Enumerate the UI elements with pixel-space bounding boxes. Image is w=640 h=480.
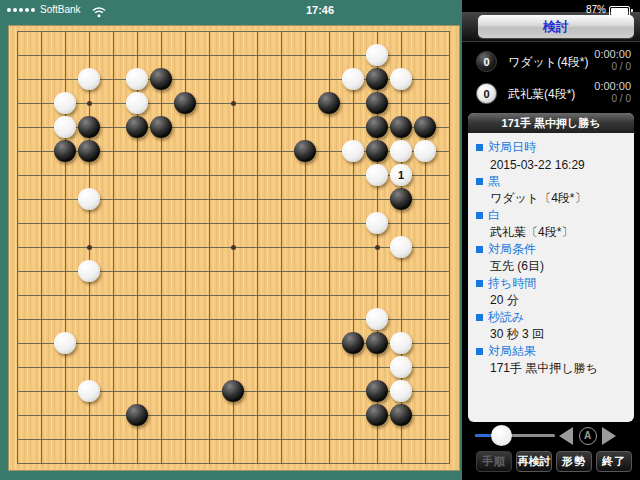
stone-white[interactable]: 1: [390, 164, 412, 186]
info-value: 武礼葉〔4段*〕: [476, 224, 626, 241]
battery-icon: [609, 6, 630, 17]
grid-line: [17, 463, 450, 464]
info-label: 黒: [476, 173, 626, 190]
stone-white[interactable]: [342, 68, 364, 90]
game-info-list: 対局日時2015-03-22 16:29黒ワダット〔4段*〕白武礼葉〔4段*〕対…: [468, 133, 634, 377]
info-value: 20 分: [476, 292, 626, 309]
move-slider[interactable]: [475, 434, 555, 437]
stone-white[interactable]: [390, 356, 412, 378]
star-point: [87, 245, 92, 250]
app-root: SoftBank 17:46 87% 1 検討 0 ワダット(4段*) 0:00…: [0, 0, 640, 480]
clock-label: 17:46: [306, 4, 334, 16]
stone-white[interactable]: [54, 116, 76, 138]
carrier-label: SoftBank: [40, 4, 81, 15]
stone-white[interactable]: [126, 92, 148, 114]
stone-white[interactable]: [366, 308, 388, 330]
stone-black[interactable]: [366, 332, 388, 354]
player-row-black: 0 ワダット(4段*) 0:00:00 0 / 0: [462, 46, 640, 76]
info-label: 白: [476, 207, 626, 224]
stone-black[interactable]: [366, 380, 388, 402]
star-point: [375, 245, 380, 250]
grid-line: [353, 31, 354, 464]
bullet-square-icon: [476, 348, 483, 355]
black-player-clock: 0:00:00 0 / 0: [594, 48, 631, 73]
info-value: 互先 (6目): [476, 258, 626, 275]
stone-white[interactable]: [78, 188, 100, 210]
moves-button[interactable]: 手順: [476, 451, 512, 472]
star-point: [231, 101, 236, 106]
info-value: 2015-03-22 16:29: [476, 156, 626, 173]
star-point: [231, 245, 236, 250]
info-value: 30 秒 3 回: [476, 326, 626, 343]
info-label: 持ち時間: [476, 275, 626, 292]
stone-black[interactable]: [366, 116, 388, 138]
white-periods: 0 / 0: [594, 93, 631, 105]
wifi-icon: [92, 4, 106, 22]
stone-white[interactable]: [390, 140, 412, 162]
stone-black[interactable]: [54, 140, 76, 162]
info-label: 秒読み: [476, 309, 626, 326]
info-value: ワダット〔4段*〕: [476, 190, 626, 207]
stone-black[interactable]: [126, 116, 148, 138]
stone-white[interactable]: [366, 164, 388, 186]
next-move-button[interactable]: [602, 427, 616, 445]
signal-strength-icon: [7, 8, 35, 12]
info-label: 対局日時: [476, 139, 626, 156]
bullet-square-icon: [476, 314, 483, 321]
stone-black[interactable]: [390, 116, 412, 138]
result-header: 171手 黒中押し勝ち: [468, 113, 634, 133]
status-bar: SoftBank 17:46 87%: [0, 0, 640, 20]
end-button[interactable]: 終了: [596, 451, 632, 472]
stone-black[interactable]: [174, 92, 196, 114]
bullet-square-icon: [476, 178, 483, 185]
white-player-name: 武礼葉(4段*): [508, 86, 575, 103]
sidebar: 検討 0 ワダット(4段*) 0:00:00 0 / 0 0 武礼葉(4段*) …: [462, 0, 640, 480]
game-info-panel: 171手 黒中押し勝ち 対局日時2015-03-22 16:29黒ワダット〔4段…: [468, 113, 634, 422]
stone-white[interactable]: [78, 68, 100, 90]
stone-white[interactable]: [390, 332, 412, 354]
move-number-label: 1: [398, 170, 404, 181]
stone-black[interactable]: [150, 68, 172, 90]
black-time: 0:00:00: [594, 48, 631, 61]
grid-line: [425, 31, 426, 464]
stone-black[interactable]: [318, 92, 340, 114]
bullet-square-icon: [476, 144, 483, 151]
stone-white[interactable]: [390, 380, 412, 402]
stone-white[interactable]: [126, 68, 148, 90]
black-player-name: ワダット(4段*): [508, 54, 588, 71]
grid-line: [281, 31, 282, 464]
white-player-clock: 0:00:00 0 / 0: [594, 80, 631, 105]
auto-play-button[interactable]: A: [579, 427, 597, 445]
stone-black[interactable]: [294, 140, 316, 162]
stone-black[interactable]: [78, 140, 100, 162]
stone-black[interactable]: [150, 116, 172, 138]
bullet-square-icon: [476, 246, 483, 253]
re-review-button[interactable]: 再検討: [516, 451, 552, 472]
grid-line: [305, 31, 306, 464]
grid-line: [257, 31, 258, 464]
black-capture-badge: 0: [476, 51, 497, 72]
white-time: 0:00:00: [594, 80, 631, 93]
info-label: 対局結果: [476, 343, 626, 360]
slider-thumb[interactable]: [491, 425, 512, 446]
black-periods: 0 / 0: [594, 61, 631, 73]
stone-white[interactable]: [390, 236, 412, 258]
stone-white[interactable]: [54, 332, 76, 354]
stone-black[interactable]: [366, 92, 388, 114]
stone-white[interactable]: [342, 140, 364, 162]
info-label: 対局条件: [476, 241, 626, 258]
stone-white[interactable]: [54, 92, 76, 114]
info-value: 171手 黒中押し勝ち: [476, 360, 626, 377]
grid-line: [449, 31, 450, 464]
grid-line: [17, 367, 450, 368]
stone-black[interactable]: [390, 404, 412, 426]
white-capture-badge: 0: [476, 83, 497, 104]
stone-white[interactable]: [414, 140, 436, 162]
replay-controls: A: [462, 422, 640, 450]
bullet-square-icon: [476, 280, 483, 287]
grid-line: [17, 295, 450, 296]
stone-white[interactable]: [78, 260, 100, 282]
stone-black[interactable]: [366, 140, 388, 162]
stone-white[interactable]: [78, 380, 100, 402]
stone-black[interactable]: [414, 116, 436, 138]
stone-white[interactable]: [366, 212, 388, 234]
stone-white[interactable]: [366, 44, 388, 66]
battery-percent: 87%: [586, 4, 606, 15]
previous-move-button[interactable]: [559, 427, 573, 445]
stone-black[interactable]: [342, 332, 364, 354]
stone-black[interactable]: [126, 404, 148, 426]
score-estimate-button[interactable]: 形勢: [556, 451, 592, 472]
stone-black[interactable]: [366, 404, 388, 426]
goban[interactable]: 1: [8, 25, 460, 471]
player-row-white: 0 武礼葉(4段*) 0:00:00 0 / 0: [462, 78, 640, 108]
stone-black[interactable]: [390, 188, 412, 210]
bullet-square-icon: [476, 212, 483, 219]
stone-black[interactable]: [222, 380, 244, 402]
stone-black[interactable]: [78, 116, 100, 138]
star-point: [87, 101, 92, 106]
grid-line: [17, 439, 450, 440]
stone-black[interactable]: [366, 68, 388, 90]
stone-white[interactable]: [390, 68, 412, 90]
